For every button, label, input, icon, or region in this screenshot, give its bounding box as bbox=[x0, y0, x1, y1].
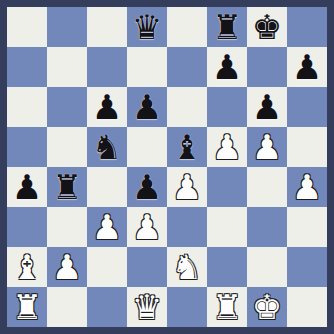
square-c4[interactable] bbox=[87, 167, 127, 207]
piece-white-pawn-b2: ♟ bbox=[52, 247, 82, 287]
square-h6[interactable] bbox=[287, 87, 327, 127]
square-f5[interactable]: ♟ bbox=[207, 127, 247, 167]
piece-black-knight-c5: ♞ bbox=[92, 127, 122, 167]
square-e4[interactable]: ♟ bbox=[167, 167, 207, 207]
piece-black-pawn-c6: ♟ bbox=[92, 87, 122, 127]
piece-black-rook-b4: ♜ bbox=[52, 167, 82, 207]
square-d2[interactable] bbox=[127, 247, 167, 287]
square-b3[interactable] bbox=[47, 207, 87, 247]
square-h5[interactable] bbox=[287, 127, 327, 167]
square-d6[interactable]: ♟ bbox=[127, 87, 167, 127]
square-g3[interactable] bbox=[247, 207, 287, 247]
square-a8[interactable] bbox=[7, 7, 47, 47]
square-b5[interactable] bbox=[47, 127, 87, 167]
square-c5[interactable]: ♞ bbox=[87, 127, 127, 167]
square-d3[interactable]: ♟ bbox=[127, 207, 167, 247]
piece-white-king-g1: ♚ bbox=[252, 287, 282, 327]
piece-white-pawn-g5: ♟ bbox=[252, 127, 282, 167]
piece-white-pawn-f5: ♟ bbox=[212, 127, 242, 167]
piece-white-pawn-e4: ♟ bbox=[172, 167, 202, 207]
piece-black-pawn-d4: ♟ bbox=[132, 167, 162, 207]
square-g4[interactable] bbox=[247, 167, 287, 207]
piece-white-queen-d1: ♛ bbox=[132, 287, 162, 327]
piece-white-rook-f1: ♜ bbox=[212, 287, 242, 327]
square-f8[interactable]: ♜ bbox=[207, 7, 247, 47]
square-b8[interactable] bbox=[47, 7, 87, 47]
square-e7[interactable] bbox=[167, 47, 207, 87]
square-c3[interactable]: ♟ bbox=[87, 207, 127, 247]
square-f2[interactable] bbox=[207, 247, 247, 287]
piece-white-pawn-c3: ♟ bbox=[92, 207, 122, 247]
square-f3[interactable] bbox=[207, 207, 247, 247]
square-a1[interactable]: ♜ bbox=[7, 287, 47, 327]
square-a2[interactable]: ♝ bbox=[7, 247, 47, 287]
square-d7[interactable] bbox=[127, 47, 167, 87]
piece-black-pawn-f7: ♟ bbox=[212, 47, 242, 87]
square-a7[interactable] bbox=[7, 47, 47, 87]
square-b6[interactable] bbox=[47, 87, 87, 127]
square-e5[interactable]: ♝ bbox=[167, 127, 207, 167]
square-b7[interactable] bbox=[47, 47, 87, 87]
square-a6[interactable] bbox=[7, 87, 47, 127]
chess-board: ♛♜♚♟♟♟♟♟♞♝♟♟♟♜♟♟♟♟♟♝♟♞♜♛♜♚ bbox=[7, 7, 327, 327]
square-e2[interactable]: ♞ bbox=[167, 247, 207, 287]
square-g5[interactable]: ♟ bbox=[247, 127, 287, 167]
chess-board-frame: ♛♜♚♟♟♟♟♟♞♝♟♟♟♜♟♟♟♟♟♝♟♞♜♛♜♚ bbox=[0, 0, 334, 334]
square-g6[interactable]: ♟ bbox=[247, 87, 287, 127]
piece-black-king-g8: ♚ bbox=[252, 7, 282, 47]
square-c8[interactable] bbox=[87, 7, 127, 47]
square-f6[interactable] bbox=[207, 87, 247, 127]
piece-black-pawn-g6: ♟ bbox=[252, 87, 282, 127]
square-c2[interactable] bbox=[87, 247, 127, 287]
square-g7[interactable] bbox=[247, 47, 287, 87]
square-h1[interactable] bbox=[287, 287, 327, 327]
square-d1[interactable]: ♛ bbox=[127, 287, 167, 327]
square-g1[interactable]: ♚ bbox=[247, 287, 287, 327]
square-a5[interactable] bbox=[7, 127, 47, 167]
square-e1[interactable] bbox=[167, 287, 207, 327]
piece-white-knight-e2: ♞ bbox=[172, 247, 202, 287]
square-e6[interactable] bbox=[167, 87, 207, 127]
square-a3[interactable] bbox=[7, 207, 47, 247]
piece-black-pawn-d6: ♟ bbox=[132, 87, 162, 127]
square-e8[interactable] bbox=[167, 7, 207, 47]
piece-white-rook-a1: ♜ bbox=[12, 287, 42, 327]
square-c7[interactable] bbox=[87, 47, 127, 87]
piece-white-pawn-h4: ♟ bbox=[292, 167, 322, 207]
square-h7[interactable]: ♟ bbox=[287, 47, 327, 87]
piece-black-rook-f8: ♜ bbox=[212, 7, 242, 47]
square-b2[interactable]: ♟ bbox=[47, 247, 87, 287]
square-f1[interactable]: ♜ bbox=[207, 287, 247, 327]
square-h2[interactable] bbox=[287, 247, 327, 287]
piece-black-pawn-a4: ♟ bbox=[12, 167, 42, 207]
square-g8[interactable]: ♚ bbox=[247, 7, 287, 47]
square-g2[interactable] bbox=[247, 247, 287, 287]
square-c1[interactable] bbox=[87, 287, 127, 327]
piece-white-bishop-a2: ♝ bbox=[12, 247, 42, 287]
piece-white-pawn-d3: ♟ bbox=[132, 207, 162, 247]
square-e3[interactable] bbox=[167, 207, 207, 247]
square-b1[interactable] bbox=[47, 287, 87, 327]
square-d8[interactable]: ♛ bbox=[127, 7, 167, 47]
square-d5[interactable] bbox=[127, 127, 167, 167]
square-d4[interactable]: ♟ bbox=[127, 167, 167, 207]
square-f7[interactable]: ♟ bbox=[207, 47, 247, 87]
square-a4[interactable]: ♟ bbox=[7, 167, 47, 207]
piece-black-pawn-h7: ♟ bbox=[292, 47, 322, 87]
square-c6[interactable]: ♟ bbox=[87, 87, 127, 127]
square-h3[interactable] bbox=[287, 207, 327, 247]
piece-black-bishop-e5: ♝ bbox=[172, 127, 202, 167]
square-f4[interactable] bbox=[207, 167, 247, 207]
piece-black-queen-d8: ♛ bbox=[132, 7, 162, 47]
square-b4[interactable]: ♜ bbox=[47, 167, 87, 207]
square-h8[interactable] bbox=[287, 7, 327, 47]
square-h4[interactable]: ♟ bbox=[287, 167, 327, 207]
